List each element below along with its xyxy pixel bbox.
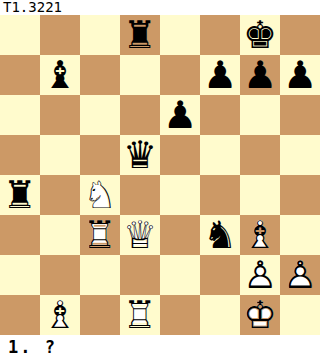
square-f1[interactable]: [200, 295, 240, 335]
white-rook-outline-glyph: ♖: [120, 295, 160, 335]
square-b7[interactable]: ♝: [40, 55, 80, 95]
square-d5[interactable]: ♛: [120, 135, 160, 175]
square-c6[interactable]: [80, 95, 120, 135]
square-c3[interactable]: ♜♖: [80, 215, 120, 255]
square-b4[interactable]: [40, 175, 80, 215]
black-pawn-g7[interactable]: ♟: [240, 55, 280, 95]
square-a5[interactable]: [0, 135, 40, 175]
white-bishop-g3[interactable]: ♝♗: [240, 215, 280, 255]
white-king-g1[interactable]: ♚♔: [240, 295, 280, 335]
square-d8[interactable]: ♜: [120, 15, 160, 55]
square-c8[interactable]: [80, 15, 120, 55]
square-e3[interactable]: [160, 215, 200, 255]
square-d2[interactable]: [120, 255, 160, 295]
square-c1[interactable]: [80, 295, 120, 335]
square-h4[interactable]: [280, 175, 320, 215]
square-b2[interactable]: [40, 255, 80, 295]
square-e2[interactable]: [160, 255, 200, 295]
square-b8[interactable]: [40, 15, 80, 55]
square-d1[interactable]: ♜♖: [120, 295, 160, 335]
square-g3[interactable]: ♝♗: [240, 215, 280, 255]
square-d4[interactable]: [120, 175, 160, 215]
square-g1[interactable]: ♚♔: [240, 295, 280, 335]
square-g2[interactable]: ♟♙: [240, 255, 280, 295]
square-c2[interactable]: [80, 255, 120, 295]
white-pawn-h2[interactable]: ♟♙: [280, 255, 320, 295]
square-e7[interactable]: [160, 55, 200, 95]
square-b1[interactable]: ♝♗: [40, 295, 80, 335]
white-rook-d1[interactable]: ♜♖: [120, 295, 160, 335]
square-c5[interactable]: [80, 135, 120, 175]
square-a2[interactable]: [0, 255, 40, 295]
square-a6[interactable]: [0, 95, 40, 135]
move-prompt: 1. ?: [0, 335, 320, 360]
white-king-outline-glyph: ♔: [240, 295, 280, 335]
square-h1[interactable]: [280, 295, 320, 335]
square-c7[interactable]: [80, 55, 120, 95]
white-pawn-outline-glyph: ♙: [240, 255, 280, 295]
white-bishop-b1[interactable]: ♝♗: [40, 295, 80, 335]
square-b5[interactable]: [40, 135, 80, 175]
square-e4[interactable]: [160, 175, 200, 215]
square-f2[interactable]: [200, 255, 240, 295]
square-f5[interactable]: [200, 135, 240, 175]
square-e8[interactable]: [160, 15, 200, 55]
square-f8[interactable]: [200, 15, 240, 55]
black-pawn-h7[interactable]: ♟: [280, 55, 320, 95]
square-f3[interactable]: ♞: [200, 215, 240, 255]
square-h5[interactable]: [280, 135, 320, 175]
square-h2[interactable]: ♟♙: [280, 255, 320, 295]
square-a7[interactable]: [0, 55, 40, 95]
white-knight-c4[interactable]: ♞♘: [80, 175, 120, 215]
black-pawn-f7[interactable]: ♟: [200, 55, 240, 95]
square-a1[interactable]: [0, 295, 40, 335]
square-f6[interactable]: [200, 95, 240, 135]
white-queen-d3[interactable]: ♛♕: [120, 215, 160, 255]
white-pawn-g2[interactable]: ♟♙: [240, 255, 280, 295]
square-f7[interactable]: ♟: [200, 55, 240, 95]
square-e5[interactable]: [160, 135, 200, 175]
square-h6[interactable]: [280, 95, 320, 135]
square-e6[interactable]: ♟: [160, 95, 200, 135]
square-a3[interactable]: [0, 215, 40, 255]
black-pawn-e6[interactable]: ♟: [160, 95, 200, 135]
white-rook-outline-glyph: ♖: [80, 215, 120, 255]
white-pawn-outline-glyph: ♙: [280, 255, 320, 295]
square-g8[interactable]: ♚: [240, 15, 280, 55]
square-e1[interactable]: [160, 295, 200, 335]
square-d7[interactable]: [120, 55, 160, 95]
square-h8[interactable]: [280, 15, 320, 55]
white-bishop-outline-glyph: ♗: [240, 215, 280, 255]
black-rook-d8[interactable]: ♜: [120, 15, 160, 55]
square-a4[interactable]: ♜: [0, 175, 40, 215]
square-a8[interactable]: [0, 15, 40, 55]
square-c4[interactable]: ♞♘: [80, 175, 120, 215]
black-bishop-b7[interactable]: ♝: [40, 55, 80, 95]
black-knight-f3[interactable]: ♞: [200, 215, 240, 255]
square-g5[interactable]: [240, 135, 280, 175]
black-king-g8[interactable]: ♚: [240, 15, 280, 55]
square-d6[interactable]: [120, 95, 160, 135]
square-g6[interactable]: [240, 95, 280, 135]
white-knight-outline-glyph: ♘: [80, 175, 120, 215]
chess-board: ♜♚♝♟♟♟♟♛♜♞♘♜♖♛♕♞♝♗♟♙♟♙♝♗♜♖♚♔: [0, 15, 320, 335]
chess-puzzle-window: T1.3221 ♜♚♝♟♟♟♟♛♜♞♘♜♖♛♕♞♝♗♟♙♟♙♝♗♜♖♚♔ 1. …: [0, 0, 320, 360]
square-f4[interactable]: [200, 175, 240, 215]
black-queen-d5[interactable]: ♛: [120, 135, 160, 175]
square-b3[interactable]: [40, 215, 80, 255]
square-d3[interactable]: ♛♕: [120, 215, 160, 255]
square-g4[interactable]: [240, 175, 280, 215]
square-g7[interactable]: ♟: [240, 55, 280, 95]
square-h7[interactable]: ♟: [280, 55, 320, 95]
square-b6[interactable]: [40, 95, 80, 135]
white-rook-c3[interactable]: ♜♖: [80, 215, 120, 255]
square-h3[interactable]: [280, 215, 320, 255]
black-rook-a4[interactable]: ♜: [0, 175, 40, 215]
white-bishop-outline-glyph: ♗: [40, 295, 80, 335]
white-queen-outline-glyph: ♕: [120, 215, 160, 255]
